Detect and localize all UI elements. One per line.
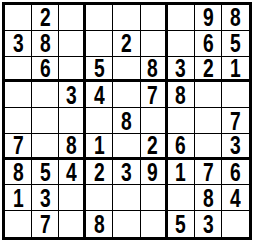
cell-r9c4[interactable]: 8 <box>86 211 113 237</box>
cell-r1c4[interactable] <box>86 5 113 31</box>
cell-r6c3[interactable]: 8 <box>59 134 86 160</box>
cell-r3c4[interactable]: 5 <box>86 57 113 83</box>
given-digit: 8 <box>230 5 241 30</box>
cell-r6c5[interactable] <box>113 134 140 160</box>
cell-r2c3[interactable] <box>59 31 86 57</box>
cell-r1c9[interactable]: 8 <box>222 5 249 31</box>
given-digit: 4 <box>94 82 105 107</box>
given-digit: 1 <box>94 134 105 158</box>
given-digit: 3 <box>66 82 77 107</box>
cell-r3c2[interactable]: 6 <box>32 57 59 83</box>
cell-r9c9[interactable] <box>222 211 249 237</box>
given-digit: 7 <box>147 82 158 107</box>
given-digit: 7 <box>202 160 213 185</box>
cell-r4c6[interactable]: 7 <box>141 82 168 108</box>
cell-r7c6[interactable]: 9 <box>141 160 168 186</box>
cell-r8c3[interactable] <box>59 185 86 211</box>
cell-r4c1[interactable] <box>5 82 32 108</box>
given-digit: 8 <box>147 57 158 81</box>
given-digit: 8 <box>40 31 51 56</box>
given-digit: 6 <box>175 134 186 158</box>
given-digit: 2 <box>147 134 158 158</box>
cell-r2c6[interactable] <box>141 31 168 57</box>
cell-r3c5[interactable] <box>113 57 140 83</box>
given-digit: 3 <box>121 160 132 185</box>
cell-r9c2[interactable]: 7 <box>32 211 59 237</box>
cell-r6c4[interactable]: 1 <box>86 134 113 160</box>
cell-r2c1[interactable]: 3 <box>5 31 32 57</box>
cell-r6c1[interactable]: 7 <box>5 134 32 160</box>
cell-r9c8[interactable]: 3 <box>195 211 222 237</box>
cell-r4c4[interactable]: 4 <box>86 82 113 108</box>
cell-r4c3[interactable]: 3 <box>59 82 86 108</box>
cell-r4c7[interactable]: 8 <box>168 82 195 108</box>
given-digit: 5 <box>94 57 105 81</box>
given-digit: 9 <box>202 5 213 30</box>
given-digit: 6 <box>230 160 241 185</box>
cell-r5c8[interactable] <box>195 108 222 134</box>
cell-r6c9[interactable]: 3 <box>222 134 249 160</box>
given-digit: 2 <box>40 5 51 30</box>
cell-r6c2[interactable] <box>32 134 59 160</box>
cell-r1c8[interactable]: 9 <box>195 5 222 31</box>
cell-r3c8[interactable]: 2 <box>195 57 222 83</box>
given-digit: 8 <box>202 185 213 210</box>
cell-r9c1[interactable] <box>5 211 32 237</box>
given-digit: 9 <box>147 160 158 185</box>
cell-r3c1[interactable] <box>5 57 32 83</box>
cell-r1c7[interactable] <box>168 5 195 31</box>
cell-r6c6[interactable]: 2 <box>141 134 168 160</box>
cell-r5c5[interactable]: 8 <box>113 108 140 134</box>
cell-r7c5[interactable]: 3 <box>113 160 140 186</box>
cell-r9c5[interactable] <box>113 211 140 237</box>
cell-r1c6[interactable] <box>141 5 168 31</box>
cell-r3c3[interactable] <box>59 57 86 83</box>
given-digit: 3 <box>230 134 241 158</box>
cell-r8c8[interactable]: 8 <box>195 185 222 211</box>
sudoku-page: 2983826565832134788778126385423917613847… <box>0 0 254 242</box>
cell-r5c9[interactable]: 7 <box>222 108 249 134</box>
cell-r5c6[interactable] <box>141 108 168 134</box>
given-digit: 6 <box>202 31 213 56</box>
given-digit: 8 <box>121 108 132 133</box>
given-digit: 8 <box>13 160 24 185</box>
cell-r5c3[interactable] <box>59 108 86 134</box>
given-digit: 4 <box>230 185 241 210</box>
cell-r1c1[interactable] <box>5 5 32 31</box>
cell-r9c3[interactable] <box>59 211 86 237</box>
cell-r7c4[interactable]: 2 <box>86 160 113 186</box>
cell-r2c8[interactable]: 6 <box>195 31 222 57</box>
cell-r2c4[interactable] <box>86 31 113 57</box>
cell-r6c7[interactable]: 6 <box>168 134 195 160</box>
given-digit: 1 <box>13 185 24 210</box>
cell-r3c7[interactable]: 3 <box>168 57 195 83</box>
cell-r2c9[interactable]: 5 <box>222 31 249 57</box>
cell-r9c7[interactable]: 5 <box>168 211 195 237</box>
given-digit: 7 <box>230 108 241 133</box>
sudoku-grid: 2983826565832134788778126385423917613847… <box>2 2 252 240</box>
given-digit: 4 <box>66 160 77 185</box>
cell-r8c6[interactable] <box>141 185 168 211</box>
given-digit: 1 <box>175 160 186 185</box>
cell-r8c7[interactable] <box>168 185 195 211</box>
cell-r4c2[interactable] <box>32 82 59 108</box>
given-digit: 2 <box>121 31 132 56</box>
cell-r2c7[interactable] <box>168 31 195 57</box>
cell-r5c7[interactable] <box>168 108 195 134</box>
given-digit: 5 <box>40 160 51 185</box>
cell-r7c3[interactable]: 4 <box>59 160 86 186</box>
given-digit: 8 <box>175 82 186 107</box>
cell-r7c2[interactable]: 5 <box>32 160 59 186</box>
cell-r8c5[interactable] <box>113 185 140 211</box>
given-digit: 8 <box>94 211 105 237</box>
cell-r1c2[interactable]: 2 <box>32 5 59 31</box>
given-digit: 3 <box>202 211 213 237</box>
cell-r4c8[interactable] <box>195 82 222 108</box>
cell-r7c9[interactable]: 6 <box>222 160 249 186</box>
cell-r8c2[interactable]: 3 <box>32 185 59 211</box>
cell-r7c8[interactable]: 7 <box>195 160 222 186</box>
given-digit: 3 <box>13 31 24 56</box>
given-digit: 7 <box>40 211 51 237</box>
given-digit: 2 <box>202 57 213 81</box>
given-digit: 2 <box>94 160 105 185</box>
cell-r7c1[interactable]: 8 <box>5 160 32 186</box>
cell-r8c4[interactable] <box>86 185 113 211</box>
cell-r5c2[interactable] <box>32 108 59 134</box>
cell-r9c6[interactable] <box>141 211 168 237</box>
given-digit: 1 <box>230 57 241 81</box>
given-digit: 5 <box>175 211 186 237</box>
cell-r3c6[interactable]: 8 <box>141 57 168 83</box>
cell-r5c1[interactable] <box>5 108 32 134</box>
given-digit: 7 <box>13 134 24 158</box>
cell-r1c5[interactable] <box>113 5 140 31</box>
given-digit: 6 <box>40 57 51 81</box>
cell-r4c9[interactable] <box>222 82 249 108</box>
given-digit: 8 <box>66 134 77 158</box>
cell-r3c9[interactable]: 1 <box>222 57 249 83</box>
cell-r7c7[interactable]: 1 <box>168 160 195 186</box>
cell-r2c5[interactable]: 2 <box>113 31 140 57</box>
cell-r1c3[interactable] <box>59 5 86 31</box>
given-digit: 3 <box>40 185 51 210</box>
cell-r5c4[interactable] <box>86 108 113 134</box>
cell-r4c5[interactable] <box>113 82 140 108</box>
cell-r2c2[interactable]: 8 <box>32 31 59 57</box>
given-digit: 5 <box>230 31 241 56</box>
given-digit: 3 <box>175 57 186 81</box>
cell-r8c1[interactable]: 1 <box>5 185 32 211</box>
cell-r6c8[interactable] <box>195 134 222 160</box>
cell-r8c9[interactable]: 4 <box>222 185 249 211</box>
